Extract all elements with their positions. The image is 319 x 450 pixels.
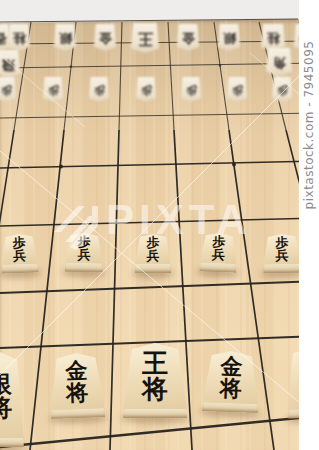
piece-wood-base — [51, 408, 105, 419]
piece-wood-base — [263, 264, 301, 274]
piece-sente-pawn-5g: 歩兵 — [135, 234, 171, 274]
sente-pieces-layer: 歩兵歩兵歩兵歩兵歩兵銀将金将王将金将銀将 — [0, 0, 319, 450]
piece-wood-base — [123, 409, 187, 418]
piece-wood-base — [135, 264, 171, 273]
piece-sente-gold-6i: 金将 — [49, 352, 105, 420]
piece-wood-base — [65, 263, 103, 273]
piece-sente-pawn-7g: 歩兵 — [0, 233, 38, 274]
piece-sente-gold-4i: 金将 — [202, 350, 260, 414]
piece-sente-pawn-3g: 歩兵 — [263, 234, 302, 275]
credit-text: pixtastock.com - 7945095 — [302, 41, 316, 210]
piece-sente-pawn-6g: 歩兵 — [65, 233, 104, 274]
stock-photo-shogi-board: 香桂銀金王金銀桂香飛角歩歩歩歩歩歩歩 歩兵歩兵歩兵歩兵歩兵銀将金将王将金将銀将 … — [0, 0, 319, 450]
piece-wood-base — [199, 262, 236, 272]
piece-sente-king-5i: 王将 — [123, 343, 187, 419]
piece-wood-base — [1, 263, 38, 273]
piece-sente-silver-7i: 銀将 — [0, 352, 24, 448]
piece-wood-base — [0, 438, 24, 447]
piece-sente-pawn-4g: 歩兵 — [199, 232, 237, 273]
